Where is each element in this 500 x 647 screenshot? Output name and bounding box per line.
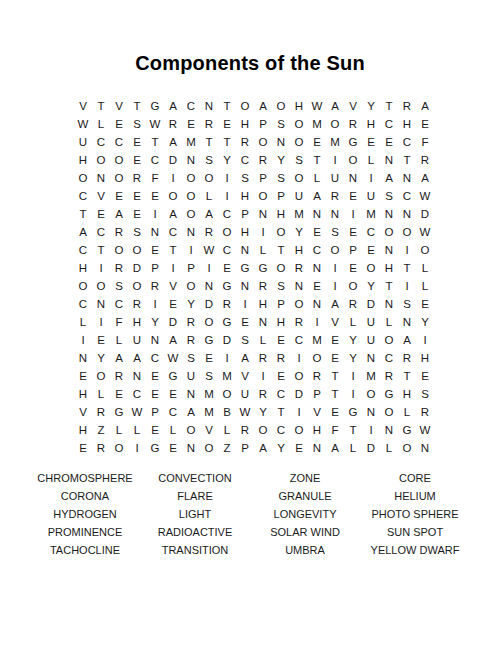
grid-cell[interactable]: R: [218, 295, 236, 313]
grid-cell[interactable]: H: [272, 205, 290, 223]
grid-cell[interactable]: R: [254, 151, 272, 169]
grid-cell[interactable]: A: [182, 403, 200, 421]
grid-cell[interactable]: G: [398, 421, 416, 439]
grid-cell[interactable]: N: [380, 421, 398, 439]
grid-cell[interactable]: L: [254, 241, 272, 259]
grid-cell[interactable]: O: [326, 115, 344, 133]
grid-cell[interactable]: O: [92, 277, 110, 295]
grid-cell[interactable]: I: [344, 367, 362, 385]
grid-cell[interactable]: N: [182, 439, 200, 457]
grid-cell[interactable]: I: [218, 349, 236, 367]
grid-cell[interactable]: Y: [344, 349, 362, 367]
grid-cell[interactable]: T: [92, 97, 110, 115]
grid-cell[interactable]: A: [254, 97, 272, 115]
grid-cell[interactable]: R: [92, 403, 110, 421]
grid-cell[interactable]: T: [164, 241, 182, 259]
grid-cell[interactable]: L: [92, 115, 110, 133]
grid-cell[interactable]: N: [254, 313, 272, 331]
grid-cell[interactable]: E: [92, 205, 110, 223]
grid-cell[interactable]: O: [128, 241, 146, 259]
grid-cell[interactable]: R: [290, 259, 308, 277]
grid-cell[interactable]: A: [308, 187, 326, 205]
grid-cell[interactable]: I: [254, 223, 272, 241]
grid-cell[interactable]: T: [344, 421, 362, 439]
grid-cell[interactable]: O: [272, 259, 290, 277]
grid-cell[interactable]: E: [326, 349, 344, 367]
grid-cell[interactable]: G: [236, 259, 254, 277]
grid-cell[interactable]: H: [236, 187, 254, 205]
grid-cell[interactable]: C: [92, 133, 110, 151]
grid-cell[interactable]: R: [200, 223, 218, 241]
grid-cell[interactable]: U: [290, 187, 308, 205]
grid-cell[interactable]: N: [344, 169, 362, 187]
grid-cell[interactable]: O: [308, 349, 326, 367]
grid-cell[interactable]: U: [182, 367, 200, 385]
grid-cell[interactable]: H: [380, 259, 398, 277]
grid-cell[interactable]: N: [128, 367, 146, 385]
grid-cell[interactable]: E: [416, 295, 434, 313]
grid-cell[interactable]: R: [308, 367, 326, 385]
grid-cell[interactable]: N: [272, 133, 290, 151]
grid-cell[interactable]: L: [110, 421, 128, 439]
grid-cell[interactable]: N: [146, 331, 164, 349]
grid-cell[interactable]: R: [416, 151, 434, 169]
grid-cell[interactable]: C: [380, 115, 398, 133]
grid-cell[interactable]: N: [362, 403, 380, 421]
grid-cell[interactable]: E: [344, 259, 362, 277]
grid-cell[interactable]: E: [146, 367, 164, 385]
grid-cell[interactable]: R: [110, 223, 128, 241]
grid-cell[interactable]: C: [110, 133, 128, 151]
grid-cell[interactable]: E: [362, 133, 380, 151]
grid-cell[interactable]: E: [110, 115, 128, 133]
grid-cell[interactable]: H: [398, 115, 416, 133]
grid-cell[interactable]: G: [200, 331, 218, 349]
grid-cell[interactable]: O: [200, 313, 218, 331]
grid-cell[interactable]: W: [308, 97, 326, 115]
grid-cell[interactable]: V: [74, 403, 92, 421]
grid-cell[interactable]: N: [380, 295, 398, 313]
grid-cell[interactable]: H: [290, 97, 308, 115]
grid-cell[interactable]: C: [164, 403, 182, 421]
grid-cell[interactable]: W: [236, 403, 254, 421]
grid-cell[interactable]: C: [74, 295, 92, 313]
grid-cell[interactable]: R: [128, 295, 146, 313]
grid-cell[interactable]: N: [380, 151, 398, 169]
grid-cell[interactable]: R: [254, 277, 272, 295]
grid-cell[interactable]: Y: [182, 295, 200, 313]
grid-cell[interactable]: Y: [218, 151, 236, 169]
grid-cell[interactable]: V: [344, 97, 362, 115]
grid-cell[interactable]: I: [164, 259, 182, 277]
grid-cell[interactable]: E: [200, 349, 218, 367]
grid-cell[interactable]: S: [272, 277, 290, 295]
grid-cell[interactable]: L: [344, 439, 362, 457]
grid-cell[interactable]: O: [344, 151, 362, 169]
grid-cell[interactable]: G: [380, 385, 398, 403]
grid-cell[interactable]: C: [236, 151, 254, 169]
grid-cell[interactable]: I: [344, 205, 362, 223]
grid-cell[interactable]: E: [416, 367, 434, 385]
grid-cell[interactable]: O: [218, 385, 236, 403]
grid-cell[interactable]: E: [128, 187, 146, 205]
grid-cell[interactable]: C: [398, 187, 416, 205]
grid-cell[interactable]: O: [362, 385, 380, 403]
grid-cell[interactable]: I: [128, 439, 146, 457]
grid-cell[interactable]: O: [200, 439, 218, 457]
grid-cell[interactable]: A: [326, 97, 344, 115]
grid-cell[interactable]: C: [182, 97, 200, 115]
grid-cell[interactable]: M: [218, 367, 236, 385]
grid-cell[interactable]: F: [110, 313, 128, 331]
grid-cell[interactable]: E: [128, 133, 146, 151]
grid-cell[interactable]: G: [344, 133, 362, 151]
grid-cell[interactable]: I: [398, 241, 416, 259]
grid-cell[interactable]: R: [236, 421, 254, 439]
grid-cell[interactable]: D: [200, 295, 218, 313]
grid-cell[interactable]: O: [290, 295, 308, 313]
grid-cell[interactable]: P: [254, 115, 272, 133]
grid-cell[interactable]: I: [146, 295, 164, 313]
grid-cell[interactable]: P: [236, 205, 254, 223]
grid-cell[interactable]: D: [164, 151, 182, 169]
grid-cell[interactable]: G: [146, 439, 164, 457]
grid-cell[interactable]: T: [272, 241, 290, 259]
grid-cell[interactable]: E: [362, 241, 380, 259]
grid-cell[interactable]: Y: [362, 97, 380, 115]
grid-cell[interactable]: E: [182, 115, 200, 133]
grid-cell[interactable]: O: [182, 205, 200, 223]
grid-cell[interactable]: I: [200, 259, 218, 277]
grid-cell[interactable]: U: [326, 169, 344, 187]
grid-cell[interactable]: O: [110, 439, 128, 457]
grid-cell[interactable]: G: [164, 367, 182, 385]
grid-cell[interactable]: N: [308, 205, 326, 223]
grid-cell[interactable]: P: [272, 187, 290, 205]
grid-cell[interactable]: O: [254, 421, 272, 439]
grid-cell[interactable]: O: [254, 133, 272, 151]
grid-cell[interactable]: C: [74, 241, 92, 259]
grid-cell[interactable]: R: [398, 349, 416, 367]
grid-cell[interactable]: N: [254, 205, 272, 223]
grid-cell[interactable]: P: [308, 385, 326, 403]
grid-cell[interactable]: R: [398, 97, 416, 115]
grid-cell[interactable]: E: [272, 331, 290, 349]
grid-cell[interactable]: N: [92, 295, 110, 313]
grid-cell[interactable]: O: [110, 241, 128, 259]
grid-cell[interactable]: N: [92, 169, 110, 187]
grid-cell[interactable]: S: [272, 169, 290, 187]
grid-cell[interactable]: W: [146, 115, 164, 133]
grid-cell[interactable]: H: [362, 115, 380, 133]
grid-cell[interactable]: A: [416, 169, 434, 187]
grid-cell[interactable]: E: [344, 223, 362, 241]
grid-cell[interactable]: T: [218, 133, 236, 151]
grid-cell[interactable]: A: [380, 169, 398, 187]
grid-cell[interactable]: A: [200, 205, 218, 223]
grid-cell[interactable]: R: [380, 367, 398, 385]
grid-cell[interactable]: E: [272, 367, 290, 385]
grid-cell[interactable]: S: [110, 277, 128, 295]
grid-cell[interactable]: O: [398, 439, 416, 457]
grid-cell[interactable]: N: [398, 169, 416, 187]
grid-cell[interactable]: N: [236, 241, 254, 259]
grid-cell[interactable]: R: [182, 331, 200, 349]
grid-cell[interactable]: S: [200, 151, 218, 169]
grid-cell[interactable]: D: [290, 385, 308, 403]
grid-cell[interactable]: O: [362, 259, 380, 277]
grid-cell[interactable]: A: [74, 223, 92, 241]
grid-cell[interactable]: L: [164, 421, 182, 439]
grid-cell[interactable]: A: [236, 349, 254, 367]
grid-cell[interactable]: E: [344, 187, 362, 205]
grid-cell[interactable]: I: [326, 277, 344, 295]
grid-cell[interactable]: L: [92, 385, 110, 403]
grid-cell[interactable]: V: [110, 97, 128, 115]
grid-cell[interactable]: P: [182, 259, 200, 277]
grid-cell[interactable]: N: [326, 205, 344, 223]
grid-cell[interactable]: L: [110, 331, 128, 349]
grid-cell[interactable]: C: [272, 385, 290, 403]
grid-cell[interactable]: O: [290, 133, 308, 151]
grid-cell[interactable]: I: [344, 385, 362, 403]
grid-cell[interactable]: I: [398, 277, 416, 295]
grid-cell[interactable]: G: [344, 403, 362, 421]
grid-cell[interactable]: I: [290, 349, 308, 367]
grid-cell[interactable]: A: [326, 439, 344, 457]
grid-cell[interactable]: V: [74, 97, 92, 115]
grid-cell[interactable]: N: [182, 151, 200, 169]
grid-cell[interactable]: O: [254, 187, 272, 205]
grid-cell[interactable]: D: [164, 313, 182, 331]
grid-cell[interactable]: Z: [218, 439, 236, 457]
grid-cell[interactable]: O: [290, 421, 308, 439]
grid-cell[interactable]: S: [380, 187, 398, 205]
grid-cell[interactable]: O: [290, 115, 308, 133]
grid-cell[interactable]: L: [416, 259, 434, 277]
grid-cell[interactable]: N: [380, 241, 398, 259]
grid-cell[interactable]: V: [164, 277, 182, 295]
grid-cell[interactable]: Y: [416, 313, 434, 331]
grid-cell[interactable]: E: [308, 133, 326, 151]
grid-cell[interactable]: N: [290, 277, 308, 295]
grid-cell[interactable]: O: [326, 241, 344, 259]
grid-cell[interactable]: E: [164, 295, 182, 313]
grid-cell[interactable]: S: [272, 115, 290, 133]
grid-cell[interactable]: H: [254, 295, 272, 313]
grid-cell[interactable]: Y: [272, 439, 290, 457]
grid-cell[interactable]: O: [74, 277, 92, 295]
grid-cell[interactable]: O: [380, 403, 398, 421]
grid-cell[interactable]: D: [362, 295, 380, 313]
grid-cell[interactable]: O: [236, 97, 254, 115]
grid-cell[interactable]: O: [74, 169, 92, 187]
grid-cell[interactable]: O: [200, 169, 218, 187]
grid-cell[interactable]: C: [164, 223, 182, 241]
grid-cell[interactable]: C: [218, 205, 236, 223]
grid-cell[interactable]: C: [110, 295, 128, 313]
grid-cell[interactable]: U: [236, 385, 254, 403]
grid-cell[interactable]: C: [74, 187, 92, 205]
grid-cell[interactable]: P: [146, 403, 164, 421]
grid-cell[interactable]: L: [362, 151, 380, 169]
grid-cell[interactable]: W: [128, 403, 146, 421]
grid-cell[interactable]: T: [326, 385, 344, 403]
grid-cell[interactable]: N: [362, 349, 380, 367]
grid-cell[interactable]: T: [398, 151, 416, 169]
grid-cell[interactable]: C: [272, 421, 290, 439]
grid-cell[interactable]: E: [146, 187, 164, 205]
grid-cell[interactable]: O: [398, 223, 416, 241]
grid-cell[interactable]: T: [380, 97, 398, 115]
grid-cell[interactable]: C: [218, 241, 236, 259]
grid-cell[interactable]: C: [308, 241, 326, 259]
grid-cell[interactable]: C: [92, 223, 110, 241]
grid-cell[interactable]: R: [110, 259, 128, 277]
grid-cell[interactable]: O: [416, 241, 434, 259]
grid-cell[interactable]: D: [128, 259, 146, 277]
grid-cell[interactable]: A: [110, 349, 128, 367]
grid-cell[interactable]: I: [254, 367, 272, 385]
grid-cell[interactable]: E: [164, 385, 182, 403]
grid-cell[interactable]: R: [344, 115, 362, 133]
grid-cell[interactable]: H: [398, 385, 416, 403]
grid-cell[interactable]: Y: [362, 277, 380, 295]
grid-cell[interactable]: N: [200, 277, 218, 295]
grid-cell[interactable]: H: [236, 223, 254, 241]
grid-cell[interactable]: N: [398, 205, 416, 223]
grid-cell[interactable]: O: [110, 169, 128, 187]
grid-cell[interactable]: F: [146, 169, 164, 187]
grid-cell[interactable]: C: [380, 349, 398, 367]
grid-cell[interactable]: G: [218, 313, 236, 331]
grid-cell[interactable]: B: [218, 403, 236, 421]
grid-cell[interactable]: I: [308, 313, 326, 331]
grid-cell[interactable]: C: [146, 151, 164, 169]
grid-cell[interactable]: S: [128, 115, 146, 133]
grid-cell[interactable]: S: [326, 223, 344, 241]
grid-cell[interactable]: S: [290, 151, 308, 169]
grid-cell[interactable]: A: [326, 295, 344, 313]
grid-cell[interactable]: U: [128, 331, 146, 349]
grid-cell[interactable]: P: [146, 259, 164, 277]
grid-cell[interactable]: E: [236, 313, 254, 331]
grid-cell[interactable]: G: [146, 97, 164, 115]
grid-cell[interactable]: R: [290, 313, 308, 331]
grid-cell[interactable]: P: [344, 241, 362, 259]
grid-cell[interactable]: F: [416, 133, 434, 151]
grid-cell[interactable]: L: [380, 439, 398, 457]
grid-cell[interactable]: I: [326, 151, 344, 169]
grid-cell[interactable]: I: [362, 169, 380, 187]
grid-cell[interactable]: E: [308, 223, 326, 241]
grid-cell[interactable]: I: [218, 169, 236, 187]
grid-cell[interactable]: O: [92, 151, 110, 169]
grid-cell[interactable]: T: [398, 367, 416, 385]
grid-cell[interactable]: R: [344, 295, 362, 313]
grid-cell[interactable]: N: [308, 295, 326, 313]
grid-cell[interactable]: A: [398, 331, 416, 349]
grid-cell[interactable]: I: [164, 169, 182, 187]
grid-cell[interactable]: L: [416, 277, 434, 295]
grid-cell[interactable]: N: [308, 259, 326, 277]
grid-cell[interactable]: R: [272, 349, 290, 367]
grid-cell[interactable]: U: [362, 187, 380, 205]
grid-cell[interactable]: T: [92, 241, 110, 259]
grid-cell[interactable]: I: [92, 259, 110, 277]
grid-cell[interactable]: E: [218, 259, 236, 277]
grid-cell[interactable]: N: [200, 97, 218, 115]
grid-cell[interactable]: C: [146, 349, 164, 367]
grid-cell[interactable]: R: [254, 349, 272, 367]
grid-cell[interactable]: M: [200, 403, 218, 421]
grid-cell[interactable]: A: [164, 97, 182, 115]
grid-cell[interactable]: N: [236, 277, 254, 295]
grid-cell[interactable]: I: [74, 331, 92, 349]
grid-cell[interactable]: N: [146, 223, 164, 241]
grid-cell[interactable]: E: [416, 115, 434, 133]
grid-cell[interactable]: N: [380, 205, 398, 223]
grid-cell[interactable]: C: [290, 331, 308, 349]
grid-cell[interactable]: N: [398, 313, 416, 331]
grid-cell[interactable]: M: [308, 331, 326, 349]
grid-cell[interactable]: W: [74, 115, 92, 133]
grid-cell[interactable]: G: [110, 403, 128, 421]
grid-cell[interactable]: A: [128, 349, 146, 367]
grid-cell[interactable]: Y: [272, 151, 290, 169]
grid-cell[interactable]: A: [164, 133, 182, 151]
grid-cell[interactable]: L: [74, 313, 92, 331]
grid-cell[interactable]: E: [74, 367, 92, 385]
grid-cell[interactable]: Y: [344, 331, 362, 349]
grid-cell[interactable]: E: [218, 115, 236, 133]
grid-cell[interactable]: I: [326, 259, 344, 277]
grid-cell[interactable]: H: [272, 313, 290, 331]
grid-cell[interactable]: T: [200, 133, 218, 151]
grid-cell[interactable]: O: [164, 187, 182, 205]
grid-cell[interactable]: E: [380, 133, 398, 151]
grid-cell[interactable]: D: [218, 331, 236, 349]
grid-cell[interactable]: M: [362, 205, 380, 223]
grid-cell[interactable]: S: [200, 367, 218, 385]
grid-cell[interactable]: S: [128, 223, 146, 241]
grid-cell[interactable]: M: [200, 385, 218, 403]
grid-cell[interactable]: T: [74, 205, 92, 223]
grid-cell[interactable]: R: [236, 133, 254, 151]
grid-cell[interactable]: A: [416, 97, 434, 115]
grid-cell[interactable]: O: [92, 367, 110, 385]
grid-cell[interactable]: A: [254, 439, 272, 457]
grid-cell[interactable]: R: [128, 169, 146, 187]
grid-cell[interactable]: H: [74, 385, 92, 403]
grid-cell[interactable]: D: [416, 205, 434, 223]
grid-cell[interactable]: E: [164, 439, 182, 457]
grid-cell[interactable]: W: [416, 187, 434, 205]
grid-cell[interactable]: L: [308, 169, 326, 187]
grid-cell[interactable]: W: [416, 223, 434, 241]
grid-cell[interactable]: O: [290, 169, 308, 187]
grid-cell[interactable]: E: [326, 403, 344, 421]
grid-cell[interactable]: N: [182, 385, 200, 403]
grid-cell[interactable]: Y: [146, 313, 164, 331]
grid-cell[interactable]: N: [416, 439, 434, 457]
grid-cell[interactable]: V: [236, 367, 254, 385]
grid-cell[interactable]: E: [146, 385, 164, 403]
grid-cell[interactable]: P: [236, 439, 254, 457]
grid-cell[interactable]: E: [110, 385, 128, 403]
grid-cell[interactable]: M: [362, 367, 380, 385]
grid-cell[interactable]: O: [380, 331, 398, 349]
